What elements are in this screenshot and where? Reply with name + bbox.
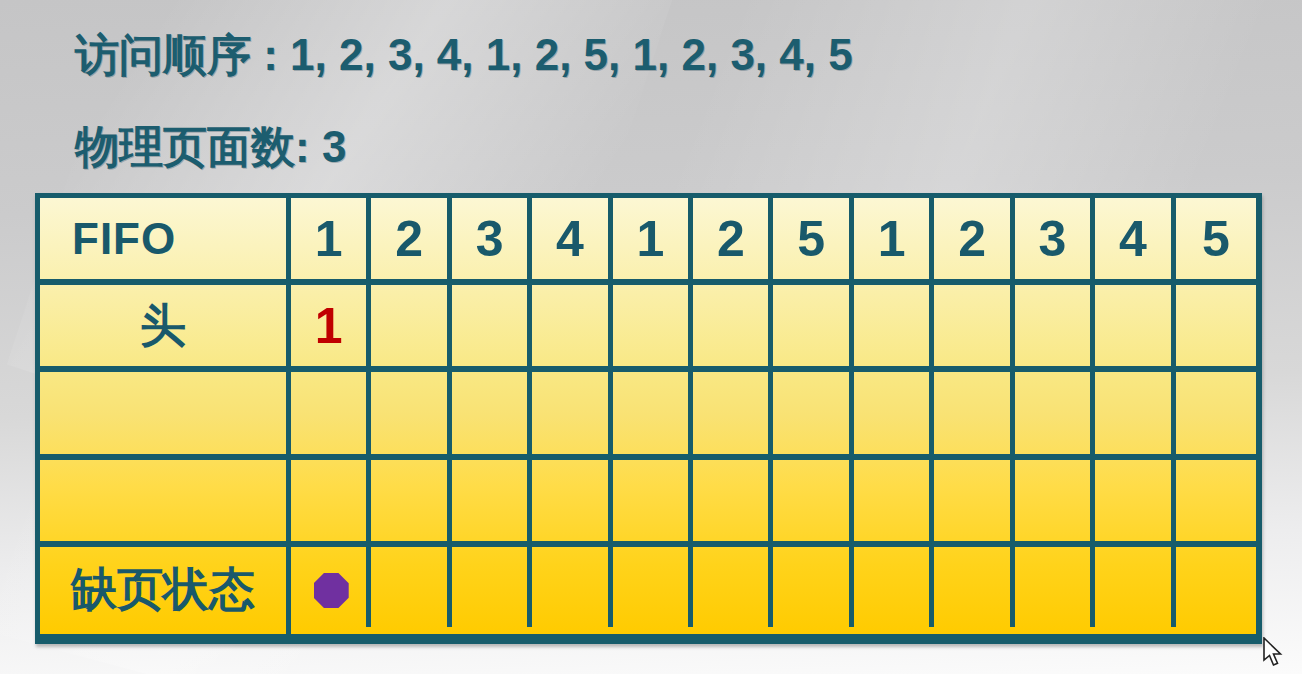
access-header-cell-c8: 1 bbox=[854, 198, 934, 285]
page-fault-octagon-icon bbox=[314, 573, 349, 608]
cell-r2-c11 bbox=[1095, 372, 1175, 459]
cell-r1-c10 bbox=[1015, 285, 1095, 372]
cell-r3-c10 bbox=[1015, 460, 1095, 547]
cell-r4-c12 bbox=[1176, 547, 1256, 634]
access-sequence-title: 访问顺序 : 1, 2, 3, 4, 1, 2, 5, 1, 2, 3, 4, … bbox=[75, 32, 853, 78]
cell-r3-c9 bbox=[934, 460, 1014, 547]
cell-r4-c11 bbox=[1095, 547, 1175, 634]
cell-r2-c2 bbox=[371, 372, 451, 459]
cell-r2-c0 bbox=[40, 372, 291, 459]
cell-r3-c7 bbox=[773, 460, 853, 547]
cell-r1-c8 bbox=[854, 285, 934, 372]
cell-r4-c10 bbox=[1015, 547, 1095, 634]
cell-r3-c4 bbox=[532, 460, 612, 547]
fifo-table-grid: FIFO123412512345头1缺页状态 bbox=[40, 198, 1256, 634]
cell-r2-c1 bbox=[291, 372, 371, 459]
access-header-cell-c5: 1 bbox=[613, 198, 693, 285]
cell-r2-c12 bbox=[1176, 372, 1256, 459]
cell-r3-c2 bbox=[371, 460, 451, 547]
cell-r1-c4 bbox=[532, 285, 612, 372]
cell-r1-c5 bbox=[613, 285, 693, 372]
cell-r2-c8 bbox=[854, 372, 934, 459]
access-header-cell-c4: 4 bbox=[532, 198, 612, 285]
cell-r2-c6 bbox=[693, 372, 773, 459]
access-header-cell-c1: 1 bbox=[291, 198, 371, 285]
mouse-arrow-cursor bbox=[1263, 637, 1285, 669]
cell-r3-c1 bbox=[291, 460, 371, 547]
cell-r3-c8 bbox=[854, 460, 934, 547]
row-label-cell-r4: 缺页状态 bbox=[40, 547, 291, 634]
cell-r3-c6 bbox=[693, 460, 773, 547]
cell-r2-c10 bbox=[1015, 372, 1095, 459]
cell-r4-c9 bbox=[934, 547, 1014, 634]
cell-r4-c8 bbox=[854, 547, 934, 634]
cell-r2-c3 bbox=[452, 372, 532, 459]
frame-count-title: 物理页面数: 3 bbox=[75, 124, 346, 170]
cell-r4-c4 bbox=[532, 547, 612, 634]
cell-r1-c12 bbox=[1176, 285, 1256, 372]
cell-r2-c9 bbox=[934, 372, 1014, 459]
access-header-cell-c11: 4 bbox=[1095, 198, 1175, 285]
cell-r4-c1 bbox=[291, 547, 371, 634]
cell-r2-c5 bbox=[613, 372, 693, 459]
cell-r4-c6 bbox=[693, 547, 773, 634]
cell-r4-c3 bbox=[452, 547, 532, 634]
cell-r1-c7 bbox=[773, 285, 853, 372]
cell-r4-c2 bbox=[371, 547, 451, 634]
access-header-cell-c6: 2 bbox=[693, 198, 773, 285]
cell-r1-c3 bbox=[452, 285, 532, 372]
access-header-cell-c10: 3 bbox=[1015, 198, 1095, 285]
cell-r1-c1: 1 bbox=[291, 285, 371, 372]
access-header-cell-c2: 2 bbox=[371, 198, 451, 285]
access-header-cell-c7: 5 bbox=[773, 198, 853, 285]
cell-r1-c6 bbox=[693, 285, 773, 372]
cell-r1-c11 bbox=[1095, 285, 1175, 372]
cell-r1-c2 bbox=[371, 285, 451, 372]
cell-r3-c11 bbox=[1095, 460, 1175, 547]
cell-r1-c9 bbox=[934, 285, 1014, 372]
cell-r3-c0 bbox=[40, 460, 291, 547]
slide-background: { "game": "FIFO page-replacement algorit… bbox=[0, 0, 1302, 674]
row-label-cell-r1: 头 bbox=[40, 285, 291, 372]
access-header-cell-c3: 3 bbox=[452, 198, 532, 285]
cell-r4-c5 bbox=[613, 547, 693, 634]
cell-r3-c5 bbox=[613, 460, 693, 547]
fifo-table: FIFO123412512345头1缺页状态 bbox=[35, 193, 1262, 644]
access-header-cell-c9: 2 bbox=[934, 198, 1014, 285]
cell-r2-c4 bbox=[532, 372, 612, 459]
cell-r2-c7 bbox=[773, 372, 853, 459]
access-header-cell-c12: 5 bbox=[1176, 198, 1256, 285]
cell-r3-c12 bbox=[1176, 460, 1256, 547]
cell-r4-c7 bbox=[773, 547, 853, 634]
cell-r3-c3 bbox=[452, 460, 532, 547]
fifo-corner-header-cell: FIFO bbox=[40, 198, 291, 285]
